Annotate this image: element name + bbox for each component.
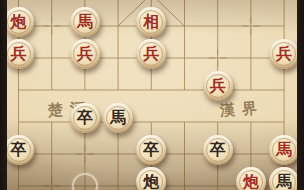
piece-black-horse-d5[interactable]: 馬 (103, 103, 133, 133)
piece-character: 卒 (210, 142, 226, 158)
piece-red-pawn-c3[interactable]: 兵 (70, 39, 100, 69)
piece-character: 兵 (210, 78, 226, 94)
piece-character: 兵 (143, 46, 159, 62)
piece-character: 馬 (77, 14, 93, 30)
right-letterbox-bar (297, 0, 304, 190)
piece-black-pawn-a6[interactable]: 卒 (4, 135, 34, 165)
piece-black-cannon-e7[interactable]: 炮 (136, 167, 166, 190)
piece-black-pawn-c5[interactable]: 卒 (70, 103, 100, 133)
piece-character: 兵 (276, 46, 292, 62)
piece-character: 兵 (77, 46, 93, 62)
piece-character: 馬 (276, 174, 292, 190)
piece-black-pawn-e6[interactable]: 卒 (136, 135, 166, 165)
piece-character: 兵 (11, 46, 27, 62)
piece-character: 馬 (110, 110, 126, 126)
piece-character: 卒 (143, 142, 159, 158)
piece-red-cannon-h7[interactable]: 炮 (236, 167, 266, 190)
piece-red-cannon-a2[interactable]: 炮 (4, 7, 34, 37)
piece-red-pawn-a3[interactable]: 兵 (4, 39, 34, 69)
piece-character: 卒 (77, 110, 93, 126)
piece-character: 炮 (143, 174, 159, 190)
piece-character: 相 (143, 14, 159, 30)
piece-character: 卒 (11, 142, 27, 158)
piece-red-elephant-e2[interactable]: 相 (136, 7, 166, 37)
piece-red-pawn-e3[interactable]: 兵 (136, 39, 166, 69)
piece-black-pawn-g6[interactable]: 卒 (203, 135, 233, 165)
last-move-origin-ring (72, 173, 98, 190)
piece-character: 馬 (276, 142, 292, 158)
xiangqi-board[interactable]: 炮馬相兵兵兵兵兵卒馬卒卒卒馬炮炮馬 (0, 0, 304, 190)
piece-red-pawn-i3[interactable]: 兵 (269, 39, 299, 69)
xiangqi-screenshot: 楚河 漢界 炮馬相兵兵兵兵兵卒馬卒卒卒馬炮炮馬 (0, 0, 304, 190)
left-letterbox-bar (0, 0, 7, 190)
piece-black-horse-i7[interactable]: 馬 (269, 167, 299, 190)
piece-red-pawn-g4[interactable]: 兵 (203, 71, 233, 101)
piece-character: 炮 (243, 174, 259, 190)
piece-red-horse-c2[interactable]: 馬 (70, 7, 100, 37)
piece-red-horse-i6[interactable]: 馬 (269, 135, 299, 165)
piece-character: 炮 (11, 14, 27, 30)
